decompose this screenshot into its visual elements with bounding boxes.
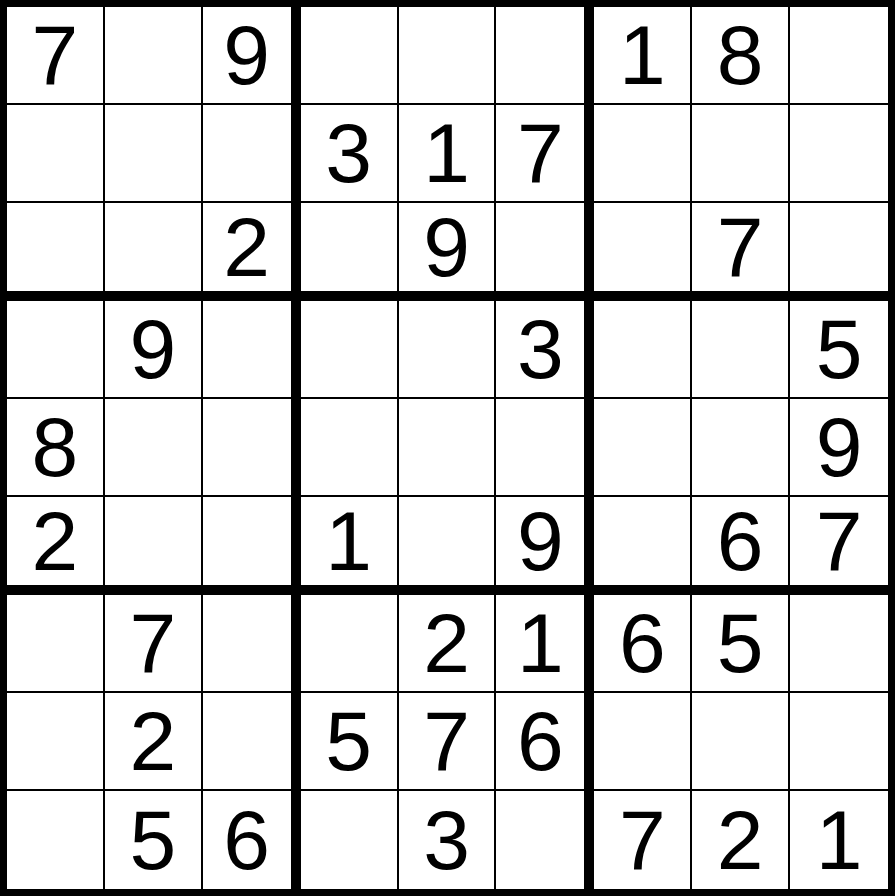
cell-r1c7[interactable]: 1: [594, 7, 692, 105]
cell-r7c5[interactable]: 2: [399, 595, 497, 693]
cell-r3c4[interactable]: [301, 203, 399, 301]
cell-r7c2[interactable]: 7: [105, 595, 203, 693]
cell-r3c2[interactable]: [105, 203, 203, 301]
cell-r6c9[interactable]: 7: [790, 497, 888, 595]
cell-r1c2[interactable]: [105, 7, 203, 105]
cell-r5c3[interactable]: [203, 399, 301, 497]
cell-r1c8[interactable]: 8: [692, 7, 790, 105]
cell-r7c1[interactable]: [7, 595, 105, 693]
cell-r9c6[interactable]: [496, 791, 594, 889]
cell-r6c4[interactable]: 1: [301, 497, 399, 595]
cell-r9c1[interactable]: [7, 791, 105, 889]
cell-r4c2[interactable]: 9: [105, 301, 203, 399]
cell-r6c3[interactable]: [203, 497, 301, 595]
cell-r6c8[interactable]: 6: [692, 497, 790, 595]
cell-r8c8[interactable]: [692, 693, 790, 791]
cell-r3c1[interactable]: [7, 203, 105, 301]
cell-r7c4[interactable]: [301, 595, 399, 693]
cell-r6c1[interactable]: 2: [7, 497, 105, 595]
cell-r7c8[interactable]: 5: [692, 595, 790, 693]
cell-r6c6[interactable]: 9: [496, 497, 594, 595]
cell-r5c9[interactable]: 9: [790, 399, 888, 497]
cell-r9c8[interactable]: 2: [692, 791, 790, 889]
cell-r8c9[interactable]: [790, 693, 888, 791]
cell-r2c6[interactable]: 7: [496, 105, 594, 203]
cell-r9c5[interactable]: 3: [399, 791, 497, 889]
cell-r2c3[interactable]: [203, 105, 301, 203]
cell-r4c3[interactable]: [203, 301, 301, 399]
cell-r7c7[interactable]: 6: [594, 595, 692, 693]
cell-r9c7[interactable]: 7: [594, 791, 692, 889]
cell-r8c5[interactable]: 7: [399, 693, 497, 791]
cell-r8c4[interactable]: 5: [301, 693, 399, 791]
cell-r5c7[interactable]: [594, 399, 692, 497]
cell-r8c2[interactable]: 2: [105, 693, 203, 791]
cell-r9c2[interactable]: 5: [105, 791, 203, 889]
cell-r4c8[interactable]: [692, 301, 790, 399]
cell-r6c5[interactable]: [399, 497, 497, 595]
cell-r9c3[interactable]: 6: [203, 791, 301, 889]
cell-r1c9[interactable]: [790, 7, 888, 105]
cell-r3c5[interactable]: 9: [399, 203, 497, 301]
cell-r4c6[interactable]: 3: [496, 301, 594, 399]
cell-r9c9[interactable]: 1: [790, 791, 888, 889]
cell-r8c3[interactable]: [203, 693, 301, 791]
cell-r1c6[interactable]: [496, 7, 594, 105]
cell-r1c3[interactable]: 9: [203, 7, 301, 105]
cell-r4c5[interactable]: [399, 301, 497, 399]
cell-r8c6[interactable]: 6: [496, 693, 594, 791]
cell-r5c2[interactable]: [105, 399, 203, 497]
cell-r3c8[interactable]: 7: [692, 203, 790, 301]
sudoku-board: 79183172979358921967721652576563721: [0, 0, 895, 896]
cell-r4c1[interactable]: [7, 301, 105, 399]
cell-r2c2[interactable]: [105, 105, 203, 203]
cell-r5c8[interactable]: [692, 399, 790, 497]
cell-r4c7[interactable]: [594, 301, 692, 399]
cell-r2c5[interactable]: 1: [399, 105, 497, 203]
cell-r3c3[interactable]: 2: [203, 203, 301, 301]
cell-r3c9[interactable]: [790, 203, 888, 301]
cell-r8c7[interactable]: [594, 693, 692, 791]
cell-r9c4[interactable]: [301, 791, 399, 889]
cell-r5c5[interactable]: [399, 399, 497, 497]
cell-r7c6[interactable]: 1: [496, 595, 594, 693]
cell-r1c4[interactable]: [301, 7, 399, 105]
cell-r7c9[interactable]: [790, 595, 888, 693]
cell-r2c8[interactable]: [692, 105, 790, 203]
cell-r8c1[interactable]: [7, 693, 105, 791]
cell-r4c9[interactable]: 5: [790, 301, 888, 399]
cell-r6c2[interactable]: [105, 497, 203, 595]
cell-r1c5[interactable]: [399, 7, 497, 105]
cell-r4c4[interactable]: [301, 301, 399, 399]
cell-r1c1[interactable]: 7: [7, 7, 105, 105]
cell-r3c6[interactable]: [496, 203, 594, 301]
cell-r2c4[interactable]: 3: [301, 105, 399, 203]
cell-r5c6[interactable]: [496, 399, 594, 497]
cell-r2c9[interactable]: [790, 105, 888, 203]
cell-r5c4[interactable]: [301, 399, 399, 497]
cell-r3c7[interactable]: [594, 203, 692, 301]
cell-r7c3[interactable]: [203, 595, 301, 693]
cell-r2c7[interactable]: [594, 105, 692, 203]
cell-r6c7[interactable]: [594, 497, 692, 595]
cell-r5c1[interactable]: 8: [7, 399, 105, 497]
cell-r2c1[interactable]: [7, 105, 105, 203]
